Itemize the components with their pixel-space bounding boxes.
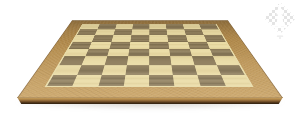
pixelated-chess-piece-logo bbox=[263, 1, 297, 39]
square-e4 bbox=[149, 49, 170, 57]
square-b2 bbox=[77, 65, 104, 75]
square-d4 bbox=[128, 49, 149, 57]
board-frame bbox=[17, 20, 283, 98]
logo-small-marks bbox=[277, 36, 283, 39]
square-c1 bbox=[98, 75, 125, 86]
square-b1 bbox=[72, 75, 101, 86]
square-b3 bbox=[82, 56, 107, 65]
square-f1 bbox=[173, 75, 200, 86]
board-front-edge bbox=[17, 97, 283, 104]
board-field bbox=[47, 24, 251, 86]
square-h4 bbox=[210, 49, 235, 57]
square-f4 bbox=[169, 49, 191, 57]
field-stringing-border bbox=[44, 24, 253, 87]
square-c3 bbox=[104, 56, 128, 65]
square-d2 bbox=[125, 65, 149, 75]
chessboard bbox=[17, 20, 283, 98]
square-e5 bbox=[149, 42, 169, 49]
square-c2 bbox=[101, 65, 126, 75]
square-h2 bbox=[217, 65, 245, 75]
square-f3 bbox=[170, 56, 194, 65]
square-b5 bbox=[89, 42, 111, 49]
square-h3 bbox=[213, 56, 239, 65]
square-h5 bbox=[206, 42, 229, 49]
square-f2 bbox=[172, 65, 197, 75]
product-photo bbox=[0, 0, 300, 115]
square-e2 bbox=[149, 65, 173, 75]
square-h1 bbox=[221, 75, 251, 86]
square-b4 bbox=[86, 49, 110, 57]
square-d3 bbox=[127, 56, 150, 65]
square-c5 bbox=[109, 42, 130, 49]
square-c4 bbox=[107, 49, 129, 57]
square-f5 bbox=[168, 42, 189, 49]
square-e1 bbox=[149, 75, 175, 86]
square-d5 bbox=[129, 42, 149, 49]
square-e3 bbox=[149, 56, 171, 65]
square-d1 bbox=[124, 75, 150, 86]
